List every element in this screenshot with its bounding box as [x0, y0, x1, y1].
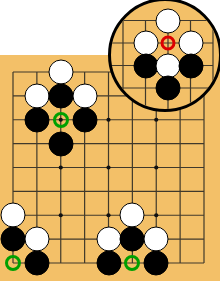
- black-stone: [48, 131, 73, 156]
- white-stone: [133, 31, 158, 56]
- magnifier-inset-content: [111, 1, 219, 109]
- black-stone: [24, 251, 49, 276]
- black-stone: [133, 53, 158, 78]
- white-stone: [156, 53, 181, 78]
- white-stone: [156, 8, 181, 33]
- black-stone: [24, 107, 49, 132]
- white-stone: [24, 83, 49, 108]
- black-stone: [120, 227, 145, 252]
- white-stone: [48, 60, 73, 85]
- white-stone: [72, 83, 97, 108]
- black-stone: [178, 53, 203, 78]
- red-circle-mark: [161, 36, 176, 51]
- black-stone: [144, 251, 169, 276]
- white-stone: [120, 203, 145, 228]
- black-stone: [96, 251, 121, 276]
- green-circle-mark: [5, 255, 21, 271]
- black-stone: [72, 107, 97, 132]
- white-stone: [24, 227, 49, 252]
- white-stone: [96, 227, 121, 252]
- green-circle-mark: [124, 255, 140, 271]
- white-stone: [178, 31, 203, 56]
- white-stone: [1, 203, 26, 228]
- black-stone: [156, 76, 181, 101]
- green-circle-mark: [53, 112, 69, 128]
- white-stone: [144, 227, 169, 252]
- black-stone: [1, 227, 26, 252]
- magnifier-inset: [108, 0, 220, 112]
- go-diagram: [0, 0, 220, 281]
- black-stone: [48, 83, 73, 108]
